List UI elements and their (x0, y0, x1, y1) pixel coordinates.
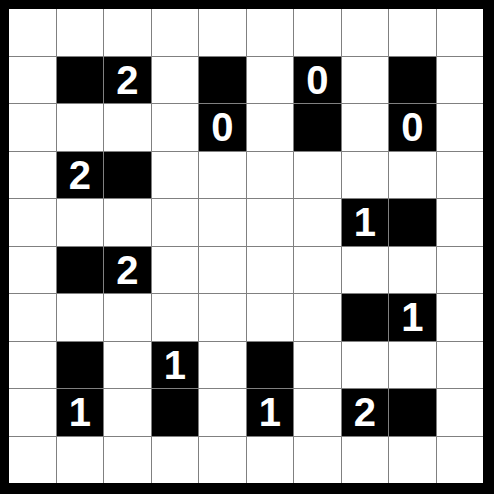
cell-r7c4[interactable] (152, 294, 199, 341)
puzzle-board: 200021211112 (0, 0, 494, 494)
cell-r2c1[interactable] (9, 57, 56, 104)
black-cell-r6c2 (57, 247, 104, 294)
cell-r8c1[interactable] (9, 342, 56, 389)
cell-r6c1[interactable] (9, 247, 56, 294)
cell-r8c5[interactable] (199, 342, 246, 389)
black-cell-r8c6 (247, 342, 294, 389)
cell-r3c10[interactable] (437, 104, 484, 151)
cell-r2c8[interactable] (342, 57, 389, 104)
cell-r10c6[interactable] (247, 437, 294, 484)
cell-r9c3[interactable] (104, 389, 151, 436)
cell-r8c3[interactable] (104, 342, 151, 389)
cell-r10c1[interactable] (9, 437, 56, 484)
cell-r10c7[interactable] (294, 437, 341, 484)
cell-r3c8[interactable] (342, 104, 389, 151)
cell-r7c10[interactable] (437, 294, 484, 341)
black-cell-r4c3 (104, 152, 151, 199)
cell-r4c1[interactable] (9, 152, 56, 199)
cell-r4c7[interactable] (294, 152, 341, 199)
cell-r3c1[interactable] (9, 104, 56, 151)
cell-r1c3[interactable] (104, 9, 151, 56)
cell-r1c2[interactable] (57, 9, 104, 56)
cell-r6c9[interactable] (389, 247, 436, 294)
cell-r1c10[interactable] (437, 9, 484, 56)
cell-r5c2[interactable] (57, 199, 104, 246)
black-cell-r7c8 (342, 294, 389, 341)
cell-r6c7[interactable] (294, 247, 341, 294)
cell-r7c3[interactable] (104, 294, 151, 341)
cell-r10c3[interactable] (104, 437, 151, 484)
cell-r5c7[interactable] (294, 199, 341, 246)
cell-r9c1[interactable] (9, 389, 56, 436)
black-cell-r9c4 (152, 389, 199, 436)
cell-r4c10[interactable] (437, 152, 484, 199)
clue-cell-r9c8: 2 (342, 389, 389, 436)
black-cell-r9c9 (389, 389, 436, 436)
cell-r4c6[interactable] (247, 152, 294, 199)
cell-r9c10[interactable] (437, 389, 484, 436)
cell-r7c1[interactable] (9, 294, 56, 341)
cell-r9c5[interactable] (199, 389, 246, 436)
cell-r1c1[interactable] (9, 9, 56, 56)
clue-cell-r8c4: 1 (152, 342, 199, 389)
clue-cell-r7c9: 1 (389, 294, 436, 341)
cell-r5c5[interactable] (199, 199, 246, 246)
cell-r8c7[interactable] (294, 342, 341, 389)
cell-r1c4[interactable] (152, 9, 199, 56)
cell-r4c8[interactable] (342, 152, 389, 199)
cell-r1c6[interactable] (247, 9, 294, 56)
cell-r5c6[interactable] (247, 199, 294, 246)
clue-cell-r4c2: 2 (57, 152, 104, 199)
cell-r10c9[interactable] (389, 437, 436, 484)
clue-cell-r2c3: 2 (104, 57, 151, 104)
clue-cell-r9c6: 1 (247, 389, 294, 436)
cell-r10c10[interactable] (437, 437, 484, 484)
black-cell-r2c9 (389, 57, 436, 104)
cell-r8c8[interactable] (342, 342, 389, 389)
clue-cell-r3c9: 0 (389, 104, 436, 151)
cell-r2c6[interactable] (247, 57, 294, 104)
cell-r10c2[interactable] (57, 437, 104, 484)
cell-r1c9[interactable] (389, 9, 436, 56)
clue-cell-r6c3: 2 (104, 247, 151, 294)
cell-r8c10[interactable] (437, 342, 484, 389)
cell-r7c5[interactable] (199, 294, 246, 341)
black-cell-r2c2 (57, 57, 104, 104)
cell-r7c6[interactable] (247, 294, 294, 341)
cell-r2c10[interactable] (437, 57, 484, 104)
cell-r6c8[interactable] (342, 247, 389, 294)
black-cell-r2c5 (199, 57, 246, 104)
cell-r3c3[interactable] (104, 104, 151, 151)
clue-cell-r9c2: 1 (57, 389, 104, 436)
cell-r4c4[interactable] (152, 152, 199, 199)
cell-r10c4[interactable] (152, 437, 199, 484)
cell-r8c9[interactable] (389, 342, 436, 389)
cell-r1c5[interactable] (199, 9, 246, 56)
cell-r3c4[interactable] (152, 104, 199, 151)
cell-r7c7[interactable] (294, 294, 341, 341)
clue-cell-r2c7: 0 (294, 57, 341, 104)
black-cell-r8c2 (57, 342, 104, 389)
puzzle-grid: 200021211112 (9, 9, 483, 483)
cell-r5c4[interactable] (152, 199, 199, 246)
black-cell-r5c9 (389, 199, 436, 246)
cell-r4c5[interactable] (199, 152, 246, 199)
cell-r7c2[interactable] (57, 294, 104, 341)
cell-r9c7[interactable] (294, 389, 341, 436)
cell-r6c6[interactable] (247, 247, 294, 294)
cell-r6c5[interactable] (199, 247, 246, 294)
clue-cell-r5c8: 1 (342, 199, 389, 246)
cell-r10c5[interactable] (199, 437, 246, 484)
cell-r1c7[interactable] (294, 9, 341, 56)
cell-r3c2[interactable] (57, 104, 104, 151)
cell-r10c8[interactable] (342, 437, 389, 484)
clue-cell-r3c5: 0 (199, 104, 246, 151)
cell-r5c1[interactable] (9, 199, 56, 246)
cell-r1c8[interactable] (342, 9, 389, 56)
cell-r6c4[interactable] (152, 247, 199, 294)
cell-r3c6[interactable] (247, 104, 294, 151)
cell-r2c4[interactable] (152, 57, 199, 104)
cell-r5c10[interactable] (437, 199, 484, 246)
cell-r6c10[interactable] (437, 247, 484, 294)
cell-r4c9[interactable] (389, 152, 436, 199)
black-cell-r3c7 (294, 104, 341, 151)
cell-r5c3[interactable] (104, 199, 151, 246)
